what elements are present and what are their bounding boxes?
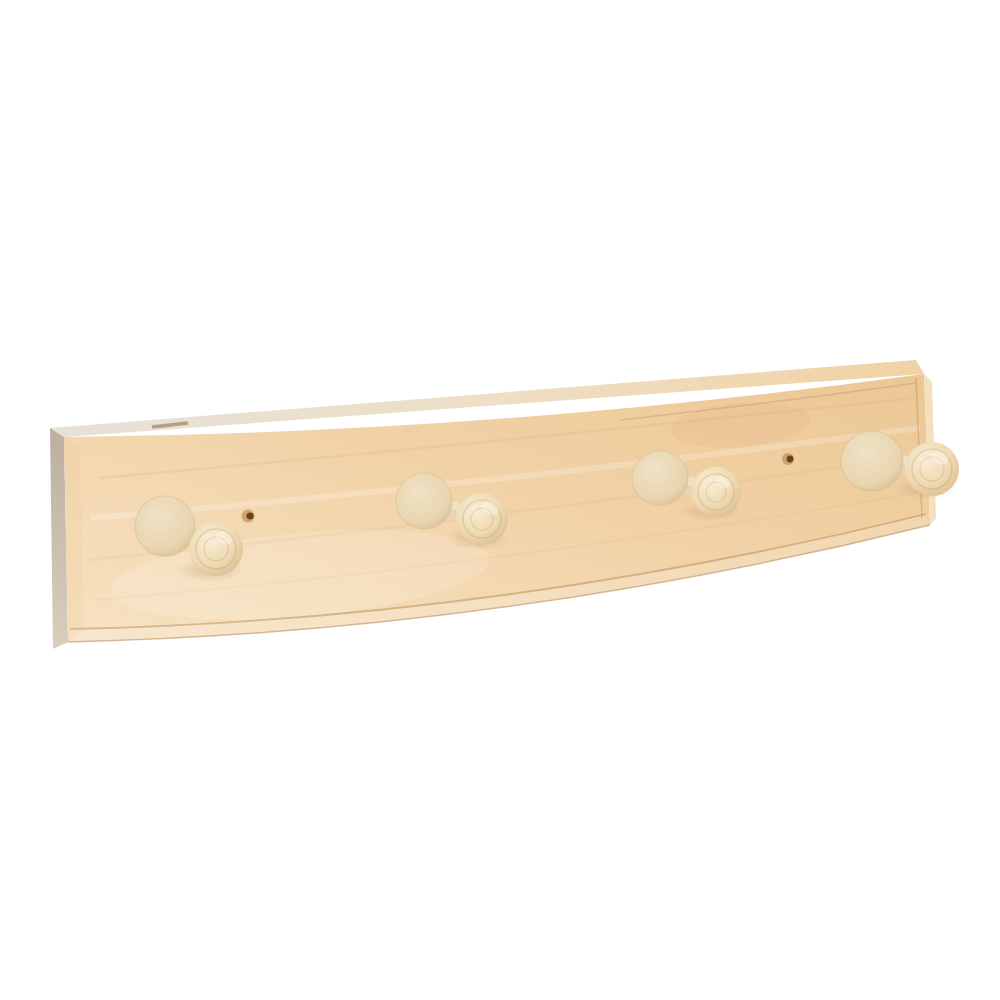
peg-base-disc [396, 473, 452, 529]
peg-ball [189, 522, 243, 576]
peg-base-disc [135, 496, 195, 556]
peg-ball [905, 442, 959, 496]
screw-hole-center [787, 456, 794, 463]
peg-base-disc [841, 431, 903, 491]
screw-hole-1 [242, 510, 255, 523]
peg-base-disc [632, 451, 688, 505]
screw-hole-center [246, 512, 253, 519]
coat-rack-image [0, 0, 1000, 1000]
product-photo [0, 0, 1000, 1000]
screw-hole-2 [782, 453, 794, 465]
